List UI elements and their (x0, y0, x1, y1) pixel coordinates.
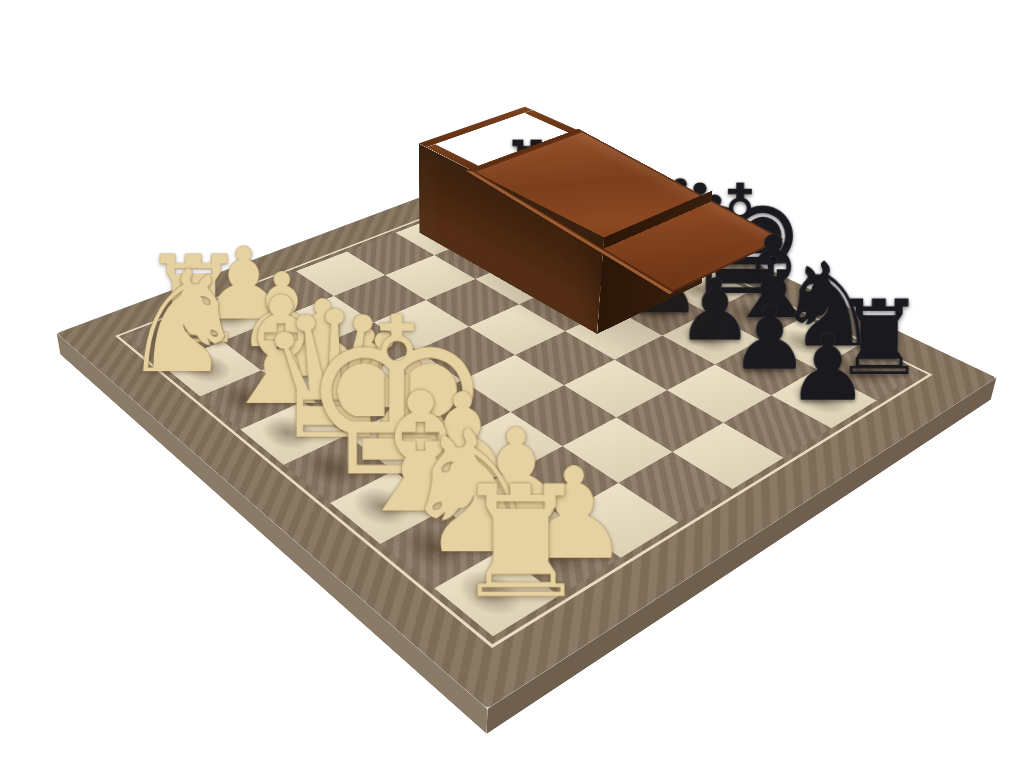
piece-black-pawn-e7[interactable]: ♟ (613, 287, 708, 336)
piece-shadow (170, 347, 244, 390)
square-a1[interactable] (127, 314, 223, 366)
square-e5[interactable] (515, 331, 615, 385)
piece-black-pawn-b7[interactable]: ♟ (481, 218, 567, 259)
piece-white-pawn-b2[interactable]: ♟ (223, 318, 319, 370)
scene-board: ♜♞♝♛♚♟♟♟♟♟♟ (0, 0, 1024, 768)
front-piece-layer: ♝♞♜♟♟♟♟♟♟♟♟♟♟♜♞♝♛♚♝♞♜ (57, 156, 997, 709)
piece-shadow (230, 324, 302, 365)
black-bishop-glyph: ♝ (722, 222, 789, 336)
box-rim-far (524, 110, 578, 133)
piece-white-rook-a1[interactable]: ♜ (127, 314, 223, 366)
square-e4[interactable] (462, 355, 564, 412)
piece-white-pawn-d2[interactable]: ♟ (302, 375, 405, 435)
white-king-glyph: ♚ (299, 289, 378, 507)
scene-front-pieces: ♝♞♜♟♟♟♟♟♟♟♟♟♟♜♞♝♛♚♝♞♜ (0, 0, 1024, 768)
piece-shadow (714, 296, 789, 334)
piece-shadow (248, 408, 328, 457)
square-h8[interactable] (817, 345, 920, 401)
square-c1[interactable] (200, 370, 302, 429)
square-a2[interactable] (186, 292, 279, 341)
piece-shadow (528, 244, 597, 278)
square-c3[interactable] (319, 322, 416, 375)
square-g4[interactable] (563, 417, 673, 482)
piece-shadow (292, 442, 375, 495)
piece-white-pawn-e2[interactable]: ♟ (347, 407, 454, 471)
piece-shadow (823, 351, 904, 395)
piece-black-pawn-h7[interactable]: ♟ (771, 369, 876, 428)
square-a7[interactable] (442, 198, 526, 237)
square-c8[interactable] (567, 222, 654, 263)
square-d5[interactable] (469, 304, 565, 355)
piece-shadow (443, 560, 538, 627)
piece-shadow (354, 414, 435, 464)
storage-box (57, 156, 997, 709)
square-g2[interactable] (445, 477, 561, 551)
square-d2[interactable] (302, 375, 405, 435)
square-h7[interactable] (771, 369, 876, 428)
white-pawn-glyph: ♟ (362, 345, 438, 458)
piece-shadow (572, 268, 643, 304)
piece-white-rook-h1[interactable]: ♜ (434, 551, 559, 636)
piece-white-knight-b1[interactable]: ♞ (162, 341, 261, 396)
white-rook-glyph: ♜ (452, 466, 540, 620)
piece-black-pawn-g7[interactable]: ♟ (715, 340, 817, 395)
square-h2[interactable] (500, 516, 621, 596)
box-front-face (419, 144, 604, 335)
white-pawn-glyph: ♟ (317, 314, 391, 424)
black-knight-glyph: ♞ (775, 247, 844, 363)
square-d6[interactable] (519, 283, 613, 331)
board-edge-near (57, 333, 488, 734)
piece-white-pawn-h2[interactable]: ♟ (500, 516, 621, 596)
piece-shadow (310, 382, 388, 429)
square-h4[interactable] (618, 452, 732, 522)
piece-black-bishop-f8[interactable]: ♝ (708, 291, 804, 340)
black-pawn-glyph: ♟ (454, 156, 513, 230)
square-f1[interactable] (330, 471, 445, 544)
black-rook-glyph: ♜ (498, 130, 556, 215)
black-pawn-glyph: ♟ (787, 323, 860, 414)
piece-white-pawn-g2[interactable]: ♟ (445, 477, 561, 551)
square-b1[interactable] (162, 341, 261, 396)
square-b6[interactable] (434, 236, 522, 279)
piece-black-pawn-d7[interactable]: ♟ (566, 263, 658, 309)
square-e3[interactable] (406, 380, 511, 440)
black-pawn-glyph: ♟ (627, 243, 694, 326)
board-frame (57, 156, 997, 709)
square-e6[interactable] (565, 308, 662, 359)
piece-black-rook-a8[interactable]: ♜ (486, 181, 568, 218)
piece-shadow (453, 485, 542, 543)
piece-shadow (664, 271, 736, 307)
square-a4[interactable] (296, 251, 385, 296)
square-e7[interactable] (613, 287, 708, 336)
piece-shadow (134, 319, 205, 360)
square-f6[interactable] (615, 336, 716, 391)
piece-white-pawn-a2[interactable]: ♟ (186, 292, 279, 341)
piece-shadow (492, 185, 555, 214)
white-rook-glyph: ♜ (140, 241, 209, 361)
piece-shadow (766, 323, 844, 364)
scene-box (0, 0, 1024, 768)
white-pawn-glyph: ♟ (462, 412, 544, 534)
piece-black-king-e8[interactable]: ♚ (658, 267, 751, 313)
piece-shadow (668, 318, 744, 358)
square-f7[interactable] (662, 313, 760, 365)
piece-black-knight-g8[interactable]: ♞ (761, 317, 860, 369)
box-sliding-lid[interactable] (465, 129, 784, 295)
white-knight-glyph: ♞ (176, 252, 247, 394)
square-b4[interactable] (334, 275, 426, 322)
square-f8[interactable] (708, 291, 804, 340)
square-g1[interactable] (380, 509, 499, 588)
white-pawn-glyph: ♟ (410, 377, 489, 495)
piece-shadow (777, 376, 860, 422)
square-g3[interactable] (505, 446, 618, 516)
square-g5[interactable] (616, 390, 723, 452)
piece-white-king-e1[interactable]: ♚ (284, 435, 394, 503)
square-c6[interactable] (475, 259, 566, 304)
chess-set-photo: Walnut and maple chess board, starting p… (0, 0, 1024, 768)
square-g7[interactable] (715, 340, 817, 395)
piece-white-knight-g1[interactable]: ♞ (380, 509, 499, 588)
black-knight-glyph: ♞ (538, 137, 598, 237)
piece-shadow (617, 248, 687, 282)
white-pawn-glyph: ♟ (275, 286, 346, 392)
white-bishop-glyph: ♝ (214, 277, 287, 426)
piece-white-bishop-f1[interactable]: ♝ (330, 471, 445, 544)
piece-black-knight-b8[interactable]: ♞ (526, 201, 611, 240)
square-f2[interactable] (394, 441, 506, 510)
piece-shadow (573, 226, 640, 258)
square-d3[interactable] (361, 350, 462, 406)
board-edge-right (487, 378, 997, 734)
square-e1[interactable] (284, 435, 394, 503)
square-b3[interactable] (280, 296, 374, 346)
box-velvet-lining (431, 163, 570, 223)
piece-shadow (721, 346, 801, 389)
piece-black-queen-d8[interactable]: ♛ (611, 243, 701, 287)
square-a6[interactable] (396, 215, 482, 255)
square-f4[interactable] (511, 385, 617, 446)
square-h5[interactable] (672, 423, 783, 489)
square-c7[interactable] (523, 240, 612, 283)
square-d1[interactable] (240, 402, 346, 465)
black-bishop-glyph: ♝ (580, 156, 641, 260)
white-pawn-glyph: ♟ (236, 259, 305, 362)
square-a8[interactable] (486, 181, 568, 218)
piece-white-queen-d1[interactable]: ♛ (240, 402, 346, 465)
piece-shadow (487, 222, 553, 254)
black-rook-glyph: ♜ (832, 287, 903, 391)
chess-board: ♜♞♝♛♚♟♟♟♟♟♟ (57, 156, 997, 709)
board-grid (127, 181, 919, 636)
black-queen-glyph: ♛ (625, 164, 688, 286)
piece-black-pawn-c7[interactable]: ♟ (523, 240, 612, 283)
black-pawn-glyph: ♟ (677, 268, 746, 353)
piece-shadow (269, 352, 344, 396)
square-a5[interactable] (347, 233, 434, 275)
square-h3[interactable] (561, 483, 679, 558)
square-h6[interactable] (723, 395, 831, 457)
black-pawn-glyph: ♟ (536, 197, 599, 275)
piece-shadow (389, 518, 480, 580)
square-b8[interactable] (526, 201, 611, 240)
white-knight-glyph: ♞ (397, 408, 482, 578)
square-d7[interactable] (566, 263, 658, 309)
box-cast-shadow (377, 180, 814, 406)
square-b7[interactable] (481, 218, 567, 259)
piece-shadow (508, 524, 601, 586)
black-pawn-glyph: ♟ (730, 295, 801, 383)
square-a3[interactable] (243, 271, 334, 318)
piece-shadow (193, 297, 263, 335)
square-c5[interactable] (426, 279, 519, 327)
piece-white-bishop-c1[interactable]: ♝ (200, 370, 302, 429)
piece-black-rook-h8[interactable]: ♜ (817, 345, 920, 401)
black-king-glyph: ♚ (672, 165, 737, 316)
square-b2[interactable] (223, 318, 319, 370)
piece-white-pawn-f2[interactable]: ♟ (394, 441, 506, 510)
box-rim-near (426, 144, 480, 170)
square-e8[interactable] (658, 267, 751, 313)
black-pawn-glyph: ♟ (580, 219, 645, 299)
piece-shadow (448, 202, 512, 232)
square-d8[interactable] (611, 243, 701, 287)
square-b5[interactable] (385, 255, 475, 300)
piece-white-pawn-c2[interactable]: ♟ (261, 346, 361, 402)
square-g6[interactable] (667, 364, 771, 422)
square-e2[interactable] (347, 407, 454, 471)
piece-shadow (531, 205, 596, 235)
white-bishop-glyph: ♝ (346, 370, 428, 536)
black-pawn-glyph: ♟ (494, 176, 555, 252)
piece-black-pawn-a7[interactable]: ♟ (442, 198, 526, 237)
piece-black-pawn-f7[interactable]: ♟ (662, 313, 760, 365)
square-g8[interactable] (761, 317, 860, 369)
white-queen-glyph: ♛ (255, 288, 331, 464)
piece-black-bishop-c8[interactable]: ♝ (567, 222, 654, 263)
box-rim-left (419, 107, 533, 148)
square-f5[interactable] (564, 360, 667, 418)
white-pawn-glyph: ♟ (199, 234, 266, 334)
square-c4[interactable] (374, 300, 469, 350)
white-pawn-glyph: ♟ (517, 450, 602, 577)
piece-shadow (208, 377, 285, 423)
piece-shadow (338, 479, 425, 536)
square-d4[interactable] (417, 327, 515, 380)
piece-shadow (619, 292, 693, 330)
square-f3[interactable] (454, 412, 563, 477)
square-c2[interactable] (261, 346, 361, 402)
piece-shadow (402, 448, 487, 502)
box-right-face (597, 190, 713, 334)
square-h1[interactable] (434, 551, 559, 636)
